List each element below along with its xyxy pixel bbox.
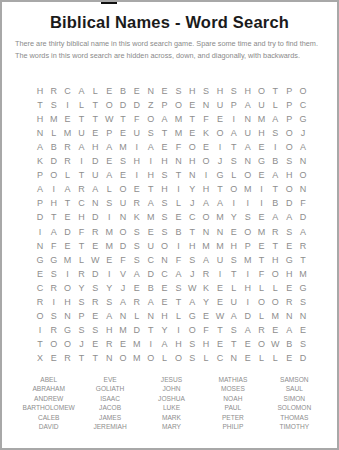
grid-cell[interactable]: W bbox=[102, 112, 116, 126]
grid-cell[interactable]: A bbox=[144, 140, 158, 154]
grid-cell[interactable]: I bbox=[33, 225, 47, 239]
grid-cell[interactable]: C bbox=[61, 84, 75, 98]
grid-cell[interactable]: I bbox=[241, 295, 255, 309]
grid-cell[interactable]: E bbox=[255, 210, 269, 224]
grid-cell[interactable]: T bbox=[172, 295, 186, 309]
grid-cell[interactable]: L bbox=[130, 309, 144, 323]
grid-cell[interactable]: D bbox=[296, 210, 310, 224]
grid-cell[interactable]: E bbox=[158, 140, 172, 154]
grid-cell[interactable]: E bbox=[102, 154, 116, 168]
grid-cell[interactable]: F bbox=[116, 253, 130, 267]
grid-cell[interactable]: A bbox=[75, 84, 89, 98]
grid-cell[interactable]: N bbox=[185, 168, 199, 182]
grid-cell[interactable]: U bbox=[255, 98, 269, 112]
grid-cell[interactable]: S bbox=[116, 154, 130, 168]
grid-cell[interactable]: G bbox=[185, 309, 199, 323]
grid-cell[interactable]: S bbox=[227, 253, 241, 267]
grid-cell[interactable]: A bbox=[241, 98, 255, 112]
grid-cell[interactable]: S bbox=[47, 267, 61, 281]
grid-cell[interactable]: S bbox=[158, 168, 172, 182]
grid-cell[interactable]: E bbox=[213, 295, 227, 309]
grid-cell[interactable]: A bbox=[268, 168, 282, 182]
grid-cell[interactable]: T bbox=[75, 239, 89, 253]
grid-cell[interactable]: O bbox=[33, 309, 47, 323]
grid-cell[interactable]: I bbox=[241, 196, 255, 210]
grid-cell[interactable]: E bbox=[116, 337, 130, 351]
grid-cell[interactable]: L bbox=[88, 84, 102, 98]
grid-cell[interactable]: E bbox=[144, 225, 158, 239]
grid-cell[interactable]: T bbox=[255, 253, 269, 267]
grid-cell[interactable]: A bbox=[102, 168, 116, 182]
grid-cell[interactable]: C bbox=[213, 351, 227, 365]
grid-cell[interactable]: A bbox=[268, 210, 282, 224]
grid-cell[interactable]: M bbox=[116, 140, 130, 154]
grid-cell[interactable]: D bbox=[296, 351, 310, 365]
grid-cell[interactable]: O bbox=[213, 126, 227, 140]
grid-cell[interactable]: N bbox=[282, 309, 296, 323]
grid-cell[interactable]: H bbox=[61, 295, 75, 309]
grid-cell[interactable]: H bbox=[241, 281, 255, 295]
grid-cell[interactable]: P bbox=[227, 98, 241, 112]
grid-cell[interactable]: O bbox=[47, 337, 61, 351]
grid-cell[interactable]: M bbox=[255, 225, 269, 239]
grid-cell[interactable]: S bbox=[102, 295, 116, 309]
grid-cell[interactable]: F bbox=[199, 112, 213, 126]
grid-cell[interactable]: R bbox=[296, 239, 310, 253]
grid-cell[interactable]: R bbox=[102, 337, 116, 351]
grid-cell[interactable]: Y bbox=[185, 182, 199, 196]
grid-cell[interactable]: L bbox=[255, 309, 269, 323]
grid-cell[interactable]: D bbox=[241, 309, 255, 323]
grid-cell[interactable]: E bbox=[199, 140, 213, 154]
grid-cell[interactable]: D bbox=[88, 210, 102, 224]
grid-cell[interactable]: T bbox=[88, 351, 102, 365]
grid-cell[interactable]: K bbox=[199, 126, 213, 140]
grid-cell[interactable]: P bbox=[282, 84, 296, 98]
grid-cell[interactable]: E bbox=[296, 323, 310, 337]
grid-cell[interactable]: M bbox=[47, 112, 61, 126]
grid-cell[interactable]: K bbox=[130, 210, 144, 224]
grid-cell[interactable]: E bbox=[88, 126, 102, 140]
grid-cell[interactable]: F bbox=[255, 267, 269, 281]
grid-cell[interactable]: E bbox=[116, 126, 130, 140]
grid-cell[interactable]: U bbox=[213, 253, 227, 267]
grid-cell[interactable]: I bbox=[241, 267, 255, 281]
grid-cell[interactable]: F bbox=[296, 196, 310, 210]
grid-cell[interactable]: T bbox=[88, 112, 102, 126]
grid-cell[interactable]: D bbox=[282, 196, 296, 210]
grid-cell[interactable]: S bbox=[47, 309, 61, 323]
grid-cell[interactable]: N bbox=[241, 112, 255, 126]
grid-cell[interactable]: H bbox=[33, 84, 47, 98]
grid-cell[interactable]: H bbox=[102, 323, 116, 337]
grid-cell[interactable]: M bbox=[102, 239, 116, 253]
grid-cell[interactable]: Y bbox=[227, 210, 241, 224]
grid-cell[interactable]: U bbox=[144, 239, 158, 253]
grid-cell[interactable]: R bbox=[61, 154, 75, 168]
grid-cell[interactable]: T bbox=[61, 196, 75, 210]
grid-cell[interactable]: R bbox=[33, 295, 47, 309]
grid-cell[interactable]: N bbox=[199, 98, 213, 112]
grid-cell[interactable]: R bbox=[47, 281, 61, 295]
grid-cell[interactable]: S bbox=[47, 98, 61, 112]
grid-cell[interactable]: U bbox=[213, 98, 227, 112]
grid-cell[interactable]: I bbox=[255, 196, 269, 210]
grid-cell[interactable]: A bbox=[102, 309, 116, 323]
grid-cell[interactable]: O bbox=[255, 84, 269, 98]
grid-cell[interactable]: A bbox=[213, 196, 227, 210]
grid-cell[interactable]: M bbox=[130, 351, 144, 365]
grid-cell[interactable]: O bbox=[282, 126, 296, 140]
grid-cell[interactable]: L bbox=[227, 281, 241, 295]
grid-cell[interactable]: S bbox=[241, 210, 255, 224]
grid-cell[interactable]: D bbox=[88, 154, 102, 168]
grid-cell[interactable]: O bbox=[172, 98, 186, 112]
grid-cell[interactable]: A bbox=[88, 182, 102, 196]
grid-cell[interactable]: K bbox=[33, 154, 47, 168]
grid-cell[interactable]: P bbox=[33, 196, 47, 210]
grid-cell[interactable]: T bbox=[75, 168, 89, 182]
grid-cell[interactable]: S bbox=[185, 351, 199, 365]
grid-cell[interactable]: E bbox=[130, 281, 144, 295]
grid-cell[interactable]: L bbox=[47, 126, 61, 140]
grid-cell[interactable]: R bbox=[199, 267, 213, 281]
grid-cell[interactable]: E bbox=[227, 225, 241, 239]
grid-cell[interactable]: O bbox=[116, 225, 130, 239]
grid-cell[interactable]: T bbox=[227, 267, 241, 281]
grid-cell[interactable]: A bbox=[185, 295, 199, 309]
grid-cell[interactable]: R bbox=[130, 196, 144, 210]
grid-cell[interactable]: P bbox=[158, 98, 172, 112]
grid-cell[interactable]: S bbox=[282, 225, 296, 239]
grid-cell[interactable]: A bbox=[116, 295, 130, 309]
grid-cell[interactable]: O bbox=[199, 210, 213, 224]
grid-cell[interactable]: O bbox=[268, 267, 282, 281]
grid-cell[interactable]: O bbox=[255, 295, 269, 309]
grid-cell[interactable]: O bbox=[282, 140, 296, 154]
grid-cell[interactable]: A bbox=[172, 267, 186, 281]
grid-cell[interactable]: E bbox=[241, 337, 255, 351]
grid-cell[interactable]: O bbox=[158, 239, 172, 253]
grid-cell[interactable]: S bbox=[227, 323, 241, 337]
grid-cell[interactable]: L bbox=[199, 351, 213, 365]
grid-cell[interactable]: A bbox=[268, 112, 282, 126]
grid-cell[interactable]: A bbox=[282, 210, 296, 224]
grid-cell[interactable]: A bbox=[144, 295, 158, 309]
grid-cell[interactable]: E bbox=[130, 84, 144, 98]
grid-cell[interactable]: I bbox=[144, 337, 158, 351]
grid-cell[interactable]: D bbox=[116, 239, 130, 253]
grid-cell[interactable]: Z bbox=[144, 98, 158, 112]
grid-cell[interactable]: M bbox=[213, 239, 227, 253]
grid-cell[interactable]: B bbox=[268, 196, 282, 210]
grid-cell[interactable]: A bbox=[241, 323, 255, 337]
grid-cell[interactable]: O bbox=[296, 168, 310, 182]
grid-cell[interactable]: L bbox=[75, 253, 89, 267]
grid-cell[interactable]: O bbox=[61, 337, 75, 351]
grid-cell[interactable]: A bbox=[158, 337, 172, 351]
grid-cell[interactable]: I bbox=[130, 140, 144, 154]
grid-cell[interactable]: O bbox=[172, 351, 186, 365]
grid-cell[interactable]: D bbox=[130, 98, 144, 112]
grid-cell[interactable]: E bbox=[158, 281, 172, 295]
grid-cell[interactable]: I bbox=[47, 182, 61, 196]
grid-cell[interactable]: P bbox=[241, 239, 255, 253]
grid-cell[interactable]: R bbox=[75, 267, 89, 281]
grid-cell[interactable]: Y bbox=[158, 323, 172, 337]
grid-cell[interactable]: E bbox=[33, 267, 47, 281]
grid-cell[interactable]: B bbox=[47, 140, 61, 154]
grid-cell[interactable]: T bbox=[185, 225, 199, 239]
grid-cell[interactable]: D bbox=[47, 154, 61, 168]
grid-cell[interactable]: J bbox=[185, 196, 199, 210]
grid-cell[interactable]: N bbox=[213, 225, 227, 239]
grid-cell[interactable]: L bbox=[268, 351, 282, 365]
grid-cell[interactable]: E bbox=[102, 253, 116, 267]
grid-cell[interactable]: N bbox=[241, 154, 255, 168]
grid-cell[interactable]: T bbox=[227, 337, 241, 351]
grid-cell[interactable]: S bbox=[282, 154, 296, 168]
grid-cell[interactable]: H bbox=[33, 112, 47, 126]
grid-cell[interactable]: B bbox=[116, 84, 130, 98]
grid-cell[interactable]: S bbox=[158, 225, 172, 239]
grid-cell[interactable]: B bbox=[144, 281, 158, 295]
grid-cell[interactable]: H bbox=[88, 140, 102, 154]
grid-cell[interactable]: O bbox=[268, 295, 282, 309]
grid-cell[interactable]: R bbox=[88, 225, 102, 239]
grid-cell[interactable]: T bbox=[296, 253, 310, 267]
grid-cell[interactable]: A bbox=[61, 182, 75, 196]
grid-cell[interactable]: D bbox=[144, 267, 158, 281]
grid-cell[interactable]: M bbox=[255, 112, 269, 126]
grid-cell[interactable]: T bbox=[75, 112, 89, 126]
grid-cell[interactable]: O bbox=[116, 351, 130, 365]
grid-cell[interactable]: M bbox=[61, 126, 75, 140]
grid-cell[interactable]: F bbox=[75, 225, 89, 239]
grid-cell[interactable]: I bbox=[47, 295, 61, 309]
grid-cell[interactable]: H bbox=[227, 239, 241, 253]
grid-cell[interactable]: A bbox=[144, 196, 158, 210]
grid-cell[interactable]: H bbox=[75, 210, 89, 224]
grid-cell[interactable]: T bbox=[185, 112, 199, 126]
grid-cell[interactable]: I bbox=[213, 140, 227, 154]
grid-cell[interactable]: T bbox=[33, 337, 47, 351]
grid-cell[interactable]: I bbox=[102, 267, 116, 281]
grid-cell[interactable]: I bbox=[172, 239, 186, 253]
grid-cell[interactable]: O bbox=[144, 112, 158, 126]
grid-cell[interactable]: H bbox=[158, 309, 172, 323]
grid-cell[interactable]: S bbox=[296, 337, 310, 351]
grid-cell[interactable]: U bbox=[241, 126, 255, 140]
grid-cell[interactable]: T bbox=[158, 126, 172, 140]
grid-cell[interactable]: O bbox=[185, 140, 199, 154]
grid-cell[interactable]: N bbox=[88, 196, 102, 210]
grid-cell[interactable]: E bbox=[88, 239, 102, 253]
grid-cell[interactable]: L bbox=[172, 196, 186, 210]
grid-cell[interactable]: A bbox=[130, 267, 144, 281]
grid-cell[interactable]: O bbox=[185, 323, 199, 337]
grid-cell[interactable]: H bbox=[282, 267, 296, 281]
grid-cell[interactable]: E bbox=[172, 210, 186, 224]
grid-cell[interactable]: Y bbox=[75, 281, 89, 295]
grid-cell[interactable]: E bbox=[88, 309, 102, 323]
grid-cell[interactable]: C bbox=[158, 267, 172, 281]
grid-cell[interactable]: O bbox=[199, 154, 213, 168]
grid-cell[interactable]: J bbox=[185, 267, 199, 281]
grid-cell[interactable]: P bbox=[282, 112, 296, 126]
grid-cell[interactable]: A bbox=[282, 323, 296, 337]
grid-cell[interactable]: T bbox=[116, 112, 130, 126]
grid-cell[interactable]: U bbox=[116, 196, 130, 210]
grid-cell[interactable]: I bbox=[227, 112, 241, 126]
grid-cell[interactable]: S bbox=[88, 281, 102, 295]
grid-cell[interactable]: E bbox=[158, 84, 172, 98]
grid-cell[interactable]: F bbox=[199, 323, 213, 337]
grid-cell[interactable]: R bbox=[47, 84, 61, 98]
grid-cell[interactable]: A bbox=[227, 126, 241, 140]
grid-cell[interactable]: P bbox=[282, 98, 296, 112]
grid-cell[interactable]: D bbox=[33, 210, 47, 224]
grid-cell[interactable]: H bbox=[282, 168, 296, 182]
grid-cell[interactable]: W bbox=[88, 253, 102, 267]
grid-cell[interactable]: L bbox=[268, 281, 282, 295]
grid-cell[interactable]: O bbox=[282, 182, 296, 196]
grid-cell[interactable]: E bbox=[213, 337, 227, 351]
grid-cell[interactable]: S bbox=[296, 295, 310, 309]
grid-cell[interactable]: M bbox=[241, 253, 255, 267]
grid-cell[interactable]: B bbox=[172, 225, 186, 239]
grid-cell[interactable]: L bbox=[102, 182, 116, 196]
grid-cell[interactable]: W bbox=[185, 281, 199, 295]
grid-cell[interactable]: H bbox=[158, 182, 172, 196]
grid-cell[interactable]: M bbox=[172, 112, 186, 126]
grid-cell[interactable]: J bbox=[213, 154, 227, 168]
grid-cell[interactable]: A bbox=[158, 112, 172, 126]
grid-cell[interactable]: R bbox=[268, 225, 282, 239]
grid-cell[interactable]: G bbox=[296, 112, 310, 126]
grid-cell[interactable]: H bbox=[268, 253, 282, 267]
grid-cell[interactable]: J bbox=[296, 126, 310, 140]
grid-cell[interactable]: N bbox=[296, 182, 310, 196]
grid-cell[interactable]: T bbox=[33, 98, 47, 112]
grid-cell[interactable]: T bbox=[144, 182, 158, 196]
grid-cell[interactable]: F bbox=[130, 112, 144, 126]
grid-cell[interactable]: H bbox=[199, 337, 213, 351]
grid-cell[interactable]: P bbox=[75, 309, 89, 323]
grid-cell[interactable]: L bbox=[268, 98, 282, 112]
grid-cell[interactable]: S bbox=[227, 154, 241, 168]
grid-cell[interactable]: H bbox=[199, 182, 213, 196]
grid-cell[interactable]: B bbox=[268, 154, 282, 168]
grid-cell[interactable]: M bbox=[199, 239, 213, 253]
grid-cell[interactable]: G bbox=[282, 253, 296, 267]
grid-cell[interactable]: L bbox=[172, 309, 186, 323]
grid-cell[interactable]: E bbox=[185, 126, 199, 140]
grid-cell[interactable]: E bbox=[255, 239, 269, 253]
grid-cell[interactable]: R bbox=[61, 140, 75, 154]
grid-cell[interactable]: O bbox=[255, 337, 269, 351]
grid-cell[interactable]: R bbox=[282, 295, 296, 309]
grid-cell[interactable]: G bbox=[213, 168, 227, 182]
grid-cell[interactable]: M bbox=[102, 225, 116, 239]
grid-cell[interactable]: H bbox=[172, 337, 186, 351]
grid-cell[interactable]: E bbox=[268, 323, 282, 337]
grid-cell[interactable]: T bbox=[268, 239, 282, 253]
grid-cell[interactable]: R bbox=[75, 182, 89, 196]
grid-cell[interactable]: E bbox=[282, 351, 296, 365]
grid-cell[interactable]: G bbox=[33, 253, 47, 267]
grid-cell[interactable]: C bbox=[185, 210, 199, 224]
grid-cell[interactable]: N bbox=[144, 309, 158, 323]
grid-cell[interactable]: L bbox=[227, 168, 241, 182]
grid-cell[interactable]: N bbox=[144, 84, 158, 98]
grid-cell[interactable]: N bbox=[199, 225, 213, 239]
grid-cell[interactable]: S bbox=[144, 126, 158, 140]
grid-cell[interactable]: T bbox=[227, 140, 241, 154]
grid-cell[interactable]: U bbox=[88, 168, 102, 182]
grid-cell[interactable]: O bbox=[61, 281, 75, 295]
grid-cell[interactable]: O bbox=[102, 98, 116, 112]
grid-cell[interactable]: G bbox=[47, 253, 61, 267]
grid-cell[interactable]: I bbox=[61, 98, 75, 112]
grid-cell[interactable]: H bbox=[185, 154, 199, 168]
grid-cell[interactable]: H bbox=[255, 126, 269, 140]
grid-cell[interactable]: A bbox=[241, 140, 255, 154]
grid-cell[interactable]: N bbox=[33, 239, 47, 253]
grid-cell[interactable]: E bbox=[255, 140, 269, 154]
grid-cell[interactable]: A bbox=[75, 140, 89, 154]
grid-cell[interactable]: Y bbox=[199, 295, 213, 309]
grid-cell[interactable]: N bbox=[33, 126, 47, 140]
grid-cell[interactable]: S bbox=[75, 323, 89, 337]
grid-cell[interactable]: A bbox=[47, 225, 61, 239]
grid-cell[interactable]: C bbox=[296, 98, 310, 112]
grid-cell[interactable]: E bbox=[213, 112, 227, 126]
grid-cell[interactable]: D bbox=[88, 267, 102, 281]
grid-cell[interactable]: N bbox=[116, 309, 130, 323]
grid-cell[interactable]: L bbox=[255, 351, 269, 365]
grid-cell[interactable]: M bbox=[172, 126, 186, 140]
grid-cell[interactable]: T bbox=[213, 182, 227, 196]
grid-cell[interactable]: A bbox=[102, 140, 116, 154]
grid-cell[interactable]: E bbox=[61, 239, 75, 253]
grid-cell[interactable]: T bbox=[172, 168, 186, 182]
grid-cell[interactable]: N bbox=[172, 154, 186, 168]
grid-cell[interactable]: O bbox=[241, 168, 255, 182]
grid-cell[interactable]: N bbox=[102, 351, 116, 365]
grid-cell[interactable]: C bbox=[75, 196, 89, 210]
grid-cell[interactable]: S bbox=[268, 126, 282, 140]
grid-cell[interactable]: V bbox=[116, 267, 130, 281]
grid-cell[interactable]: R bbox=[255, 323, 269, 337]
grid-cell[interactable]: R bbox=[61, 351, 75, 365]
grid-cell[interactable]: S bbox=[227, 84, 241, 98]
grid-cell[interactable]: N bbox=[296, 309, 310, 323]
grid-cell[interactable]: O bbox=[296, 84, 310, 98]
grid-cell[interactable]: B bbox=[282, 337, 296, 351]
grid-cell[interactable]: I bbox=[172, 182, 186, 196]
grid-cell[interactable]: E bbox=[185, 98, 199, 112]
grid-cell[interactable]: S bbox=[172, 281, 186, 295]
grid-cell[interactable]: T bbox=[268, 84, 282, 98]
grid-cell[interactable]: E bbox=[213, 281, 227, 295]
grid-cell[interactable]: I bbox=[255, 182, 269, 196]
grid-cell[interactable]: S bbox=[102, 196, 116, 210]
grid-cell[interactable]: A bbox=[199, 196, 213, 210]
grid-cell[interactable]: M bbox=[144, 210, 158, 224]
grid-cell[interactable]: F bbox=[47, 239, 61, 253]
grid-cell[interactable]: E bbox=[130, 182, 144, 196]
